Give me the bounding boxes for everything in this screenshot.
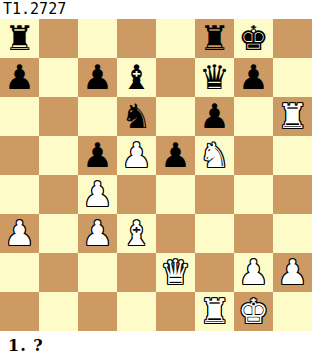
piece-white-pawn: ♟	[4, 214, 34, 253]
square-h4[interactable]	[273, 175, 312, 214]
square-f8[interactable]: ♜	[195, 19, 234, 58]
square-f1[interactable]: ♜	[195, 292, 234, 331]
square-d3[interactable]: ♝	[117, 214, 156, 253]
square-h5[interactable]	[273, 136, 312, 175]
piece-white-rook: ♜	[199, 292, 229, 331]
piece-black-pawn: ♟	[160, 136, 190, 175]
square-e1[interactable]	[156, 292, 195, 331]
square-g7[interactable]: ♟	[234, 58, 273, 97]
square-a2[interactable]	[0, 253, 39, 292]
square-a1[interactable]	[0, 292, 39, 331]
piece-white-queen: ♛	[160, 253, 190, 292]
square-a4[interactable]	[0, 175, 39, 214]
square-f3[interactable]	[195, 214, 234, 253]
square-d2[interactable]	[117, 253, 156, 292]
piece-white-knight: ♞	[199, 136, 229, 175]
square-c1[interactable]	[78, 292, 117, 331]
square-e4[interactable]	[156, 175, 195, 214]
square-e7[interactable]	[156, 58, 195, 97]
square-c4[interactable]: ♟	[78, 175, 117, 214]
square-f6[interactable]: ♟	[195, 97, 234, 136]
move-prompt: 1. ?	[0, 336, 44, 355]
piece-white-rook: ♜	[277, 97, 307, 136]
piece-white-king: ♚	[238, 292, 268, 331]
piece-black-knight: ♞	[121, 97, 151, 136]
square-a7[interactable]: ♟	[0, 58, 39, 97]
square-b7[interactable]	[39, 58, 78, 97]
square-e6[interactable]	[156, 97, 195, 136]
square-c5[interactable]: ♟	[78, 136, 117, 175]
square-d5[interactable]: ♟	[117, 136, 156, 175]
square-b1[interactable]	[39, 292, 78, 331]
square-d4[interactable]	[117, 175, 156, 214]
piece-black-pawn: ♟	[82, 58, 112, 97]
square-b6[interactable]	[39, 97, 78, 136]
piece-black-king: ♚	[238, 19, 268, 58]
square-h6[interactable]: ♜	[273, 97, 312, 136]
square-b5[interactable]	[39, 136, 78, 175]
square-b8[interactable]	[39, 19, 78, 58]
square-g5[interactable]	[234, 136, 273, 175]
square-e2[interactable]: ♛	[156, 253, 195, 292]
piece-black-pawn: ♟	[238, 58, 268, 97]
square-c7[interactable]: ♟	[78, 58, 117, 97]
piece-black-queen: ♛	[199, 58, 229, 97]
square-f2[interactable]	[195, 253, 234, 292]
piece-black-pawn: ♟	[82, 136, 112, 175]
square-c2[interactable]	[78, 253, 117, 292]
puzzle-title: T1.2727	[0, 0, 66, 19]
piece-black-pawn: ♟	[4, 58, 34, 97]
square-a8[interactable]: ♜	[0, 19, 39, 58]
square-e8[interactable]	[156, 19, 195, 58]
chess-board: ♜♜♚♟♟♝♛♟♞♟♜♟♟♟♞♟♟♟♝♛♟♟♜♚	[0, 19, 312, 331]
footer-bar: 1. ?	[0, 331, 320, 360]
square-a6[interactable]	[0, 97, 39, 136]
piece-white-bishop: ♝	[121, 214, 151, 253]
square-g2[interactable]: ♟	[234, 253, 273, 292]
square-h8[interactable]	[273, 19, 312, 58]
square-g4[interactable]	[234, 175, 273, 214]
square-f5[interactable]: ♞	[195, 136, 234, 175]
square-g8[interactable]: ♚	[234, 19, 273, 58]
square-h7[interactable]	[273, 58, 312, 97]
square-b3[interactable]	[39, 214, 78, 253]
square-c6[interactable]	[78, 97, 117, 136]
square-d8[interactable]	[117, 19, 156, 58]
square-g1[interactable]: ♚	[234, 292, 273, 331]
piece-white-pawn: ♟	[277, 253, 307, 292]
square-e5[interactable]: ♟	[156, 136, 195, 175]
square-f7[interactable]: ♛	[195, 58, 234, 97]
square-g3[interactable]	[234, 214, 273, 253]
piece-black-rook: ♜	[199, 19, 229, 58]
piece-white-pawn: ♟	[82, 214, 112, 253]
square-h3[interactable]	[273, 214, 312, 253]
piece-black-bishop: ♝	[121, 58, 151, 97]
piece-white-pawn: ♟	[121, 136, 151, 175]
square-f4[interactable]	[195, 175, 234, 214]
square-b4[interactable]	[39, 175, 78, 214]
square-a3[interactable]: ♟	[0, 214, 39, 253]
piece-white-pawn: ♟	[82, 175, 112, 214]
square-c8[interactable]	[78, 19, 117, 58]
square-a5[interactable]	[0, 136, 39, 175]
square-e3[interactable]	[156, 214, 195, 253]
title-bar: T1.2727	[0, 0, 320, 19]
square-d7[interactable]: ♝	[117, 58, 156, 97]
square-b2[interactable]	[39, 253, 78, 292]
square-h1[interactable]	[273, 292, 312, 331]
square-h2[interactable]: ♟	[273, 253, 312, 292]
square-d6[interactable]: ♞	[117, 97, 156, 136]
piece-black-rook: ♜	[4, 19, 34, 58]
square-c3[interactable]: ♟	[78, 214, 117, 253]
square-g6[interactable]	[234, 97, 273, 136]
piece-white-pawn: ♟	[238, 253, 268, 292]
piece-black-pawn: ♟	[199, 97, 229, 136]
square-d1[interactable]	[117, 292, 156, 331]
